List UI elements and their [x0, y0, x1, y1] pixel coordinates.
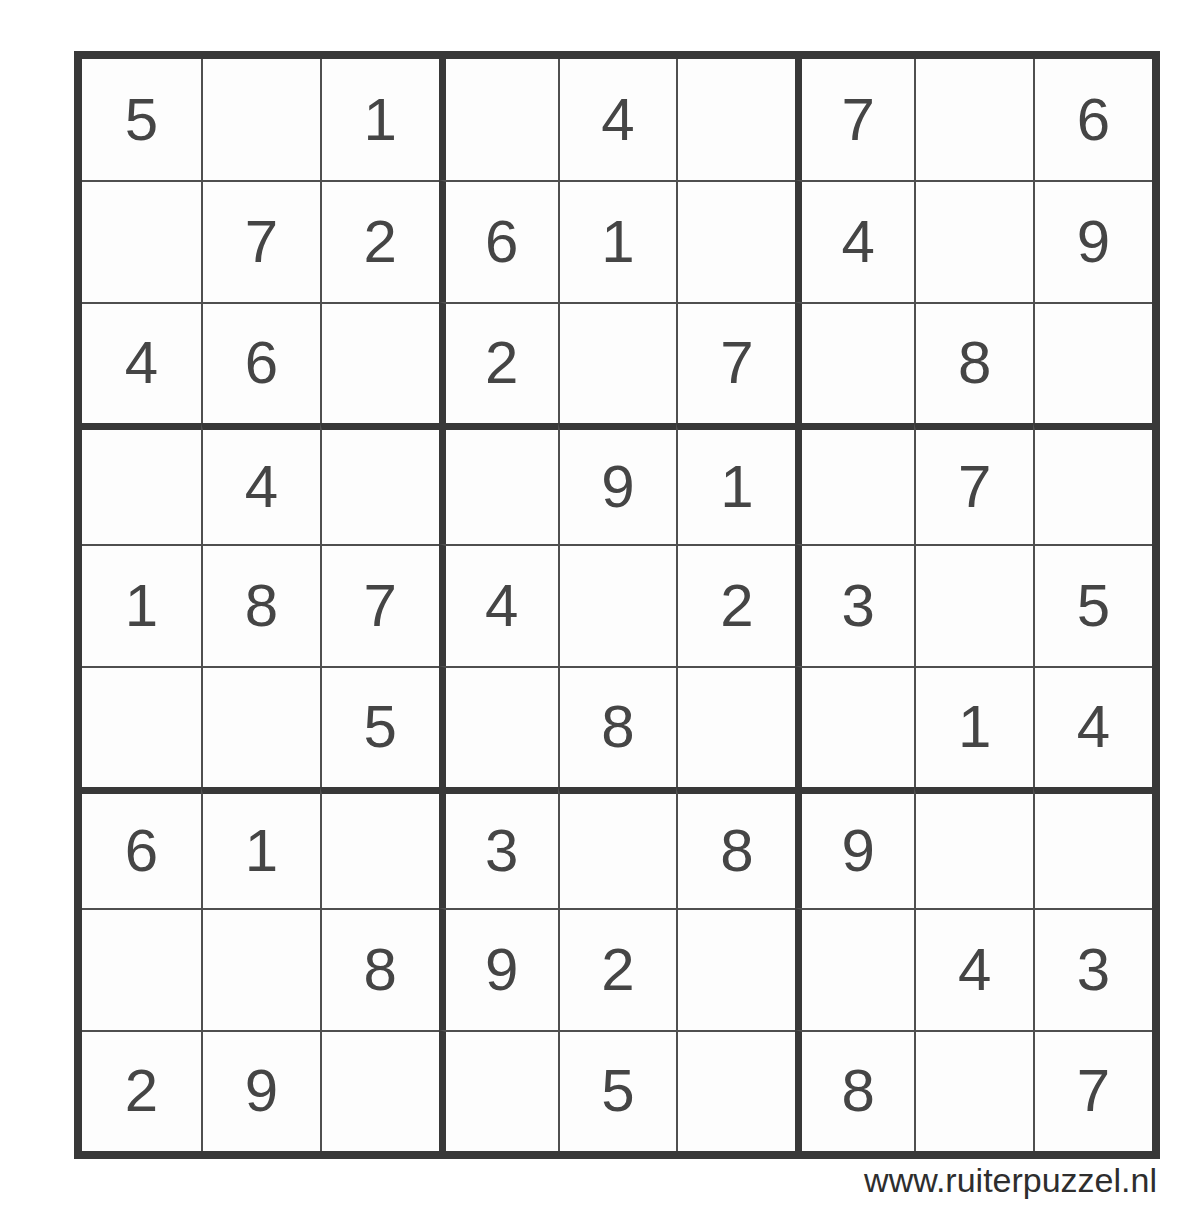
- sudoku-cell-r4c9[interactable]: [1033, 423, 1152, 544]
- sudoku-cell-r9c8[interactable]: [914, 1030, 1033, 1151]
- sudoku-cell-r9c7: 8: [795, 1030, 914, 1151]
- sudoku-cell-r4c2: 4: [201, 423, 320, 544]
- sudoku-cell-r3c6: 7: [676, 302, 795, 423]
- sudoku-cell-r8c7[interactable]: [795, 908, 914, 1029]
- sudoku-cell-r2c4: 6: [439, 180, 558, 301]
- sudoku-cell-r8c9: 3: [1033, 908, 1152, 1029]
- sudoku-cell-r5c4: 4: [439, 544, 558, 665]
- sudoku-cell-r3c7[interactable]: [795, 302, 914, 423]
- sudoku-cell-r3c2: 6: [201, 302, 320, 423]
- sudoku-cell-r6c7[interactable]: [795, 666, 914, 787]
- sudoku-cell-r2c3: 2: [320, 180, 439, 301]
- sudoku-cell-r7c6: 8: [676, 787, 795, 908]
- sudoku-cell-r6c6[interactable]: [676, 666, 795, 787]
- sudoku-cell-r4c3[interactable]: [320, 423, 439, 544]
- sudoku-cell-r2c5: 1: [558, 180, 677, 301]
- sudoku-cell-r1c5: 4: [558, 59, 677, 180]
- sudoku-cell-r1c1: 5: [82, 59, 201, 180]
- sudoku-cell-r7c9[interactable]: [1033, 787, 1152, 908]
- sudoku-cell-r5c2: 8: [201, 544, 320, 665]
- sudoku-cell-r8c2[interactable]: [201, 908, 320, 1029]
- sudoku-cell-r7c1: 6: [82, 787, 201, 908]
- sudoku-cell-r9c4[interactable]: [439, 1030, 558, 1151]
- sudoku-cell-r2c7: 4: [795, 180, 914, 301]
- sudoku-cell-r9c5: 5: [558, 1030, 677, 1151]
- sudoku-cell-r5c8[interactable]: [914, 544, 1033, 665]
- sudoku-cell-r5c3: 7: [320, 544, 439, 665]
- sudoku-cell-r5c5[interactable]: [558, 544, 677, 665]
- sudoku-cell-r9c3[interactable]: [320, 1030, 439, 1151]
- sudoku-cell-r3c4: 2: [439, 302, 558, 423]
- sudoku-cell-r6c4[interactable]: [439, 666, 558, 787]
- sudoku-cell-r6c3: 5: [320, 666, 439, 787]
- sudoku-cell-r1c2[interactable]: [201, 59, 320, 180]
- sudoku-cell-r4c6: 1: [676, 423, 795, 544]
- sudoku-cell-r4c7[interactable]: [795, 423, 914, 544]
- sudoku-cell-r6c5: 8: [558, 666, 677, 787]
- sudoku-cell-r2c1[interactable]: [82, 180, 201, 301]
- sudoku-cell-r8c1[interactable]: [82, 908, 201, 1029]
- sudoku-cell-r9c1: 2: [82, 1030, 201, 1151]
- sudoku-cell-r7c4: 3: [439, 787, 558, 908]
- sudoku-cell-r6c9: 4: [1033, 666, 1152, 787]
- sudoku-cell-r7c8[interactable]: [914, 787, 1033, 908]
- sudoku-cell-r9c2: 9: [201, 1030, 320, 1151]
- sudoku-cell-r4c1[interactable]: [82, 423, 201, 544]
- sudoku-cell-r3c9[interactable]: [1033, 302, 1152, 423]
- website-url: www.ruiterpuzzel.nl: [864, 1163, 1157, 1197]
- sudoku-cell-r8c3: 8: [320, 908, 439, 1029]
- sudoku-cell-r4c8: 7: [914, 423, 1033, 544]
- sudoku-cell-r2c2: 7: [201, 180, 320, 301]
- sudoku-cell-r1c3: 1: [320, 59, 439, 180]
- sudoku-cell-r2c6[interactable]: [676, 180, 795, 301]
- sudoku-cell-r8c5: 2: [558, 908, 677, 1029]
- sudoku-cell-r6c1[interactable]: [82, 666, 201, 787]
- sudoku-cell-r9c6[interactable]: [676, 1030, 795, 1151]
- sudoku-cell-r1c6[interactable]: [676, 59, 795, 180]
- sudoku-cell-r8c8: 4: [914, 908, 1033, 1029]
- sudoku-cell-r7c5[interactable]: [558, 787, 677, 908]
- sudoku-cell-r1c4[interactable]: [439, 59, 558, 180]
- sudoku-cell-r5c1: 1: [82, 544, 201, 665]
- sudoku-cell-r3c3[interactable]: [320, 302, 439, 423]
- sudoku-cell-r5c7: 3: [795, 544, 914, 665]
- sudoku-cell-r8c4: 9: [439, 908, 558, 1029]
- sudoku-cell-r6c8: 1: [914, 666, 1033, 787]
- sudoku-cell-r7c2: 1: [201, 787, 320, 908]
- sudoku-cell-r9c9: 7: [1033, 1030, 1152, 1151]
- sudoku-cell-r8c6[interactable]: [676, 908, 795, 1029]
- sudoku-page: 5147672614946278491718742355814613898924…: [0, 0, 1200, 1230]
- sudoku-cell-r2c8[interactable]: [914, 180, 1033, 301]
- sudoku-cell-r5c6: 2: [676, 544, 795, 665]
- sudoku-cell-r7c7: 9: [795, 787, 914, 908]
- sudoku-cell-r6c2[interactable]: [201, 666, 320, 787]
- sudoku-cell-r4c5: 9: [558, 423, 677, 544]
- sudoku-cell-r1c7: 7: [795, 59, 914, 180]
- sudoku-cell-r3c1: 4: [82, 302, 201, 423]
- sudoku-cell-r2c9: 9: [1033, 180, 1152, 301]
- sudoku-cell-r4c4[interactable]: [439, 423, 558, 544]
- sudoku-cell-r3c8: 8: [914, 302, 1033, 423]
- sudoku-cell-r1c8[interactable]: [914, 59, 1033, 180]
- sudoku-cell-r1c9: 6: [1033, 59, 1152, 180]
- sudoku-board: 5147672614946278491718742355814613898924…: [74, 51, 1160, 1159]
- sudoku-cell-r3c5[interactable]: [558, 302, 677, 423]
- sudoku-cell-r5c9: 5: [1033, 544, 1152, 665]
- sudoku-cell-r7c3[interactable]: [320, 787, 439, 908]
